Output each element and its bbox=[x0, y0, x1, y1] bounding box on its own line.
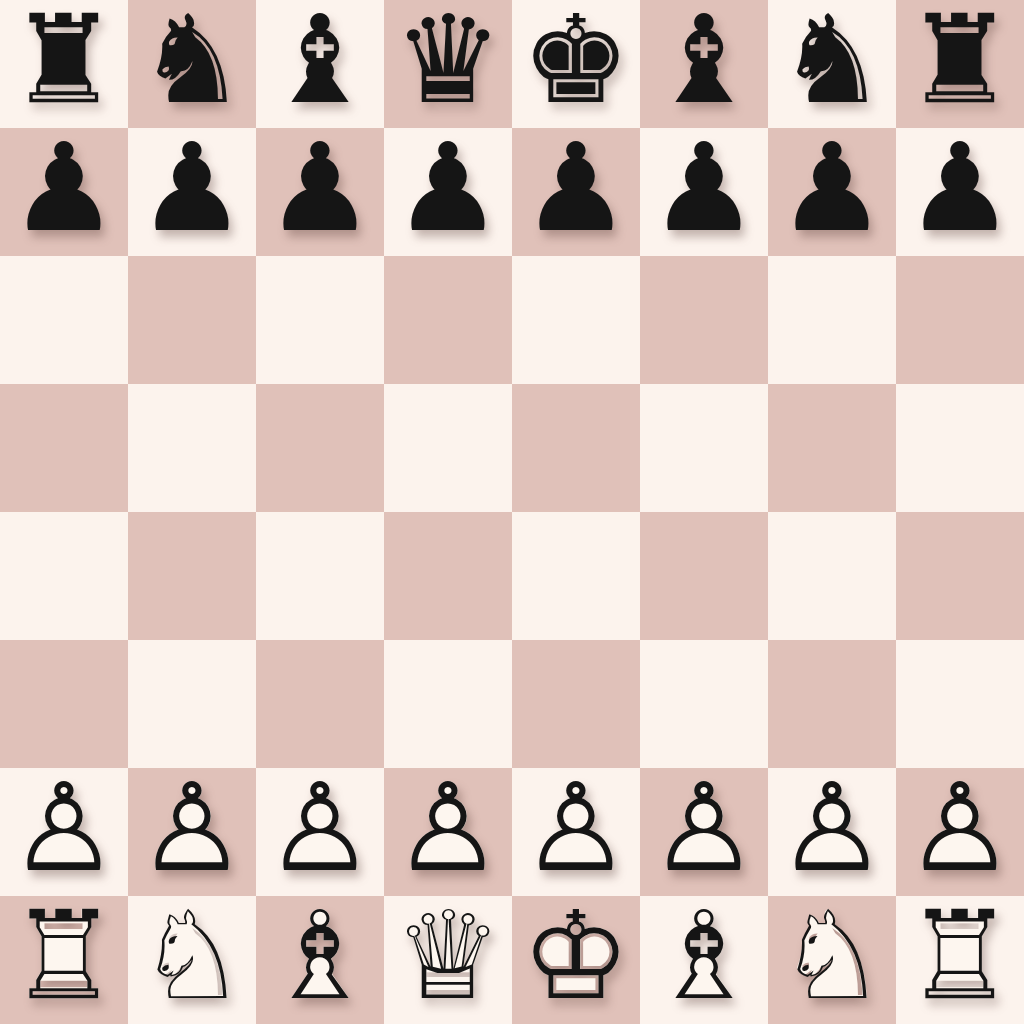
piece-black-pawn[interactable]: ♟ bbox=[768, 128, 896, 256]
piece-white-knight[interactable]: ♞♘ bbox=[768, 896, 896, 1024]
piece-glyph-fill: ♟ bbox=[512, 124, 640, 252]
piece-black-rook[interactable]: ♜ bbox=[896, 0, 1024, 128]
piece-white-bishop[interactable]: ♝♗ bbox=[256, 896, 384, 1024]
square-g2[interactable]: ♟♙ bbox=[768, 768, 896, 896]
square-g6[interactable] bbox=[768, 256, 896, 384]
piece-white-pawn[interactable]: ♟♙ bbox=[128, 768, 256, 896]
square-d7[interactable]: ♟ bbox=[384, 128, 512, 256]
square-b8[interactable]: ♞ bbox=[128, 0, 256, 128]
piece-glyph-outline: ♘ bbox=[128, 892, 256, 1020]
square-c3[interactable] bbox=[256, 640, 384, 768]
square-d5[interactable] bbox=[384, 384, 512, 512]
square-c5[interactable] bbox=[256, 384, 384, 512]
square-h5[interactable] bbox=[896, 384, 1024, 512]
square-b5[interactable] bbox=[128, 384, 256, 512]
piece-glyph-fill: ♝ bbox=[640, 0, 768, 124]
piece-glyph-outline: ♖ bbox=[896, 892, 1024, 1020]
piece-glyph-outline: ♙ bbox=[768, 764, 896, 892]
piece-glyph-fill: ♞ bbox=[128, 0, 256, 124]
square-h2[interactable]: ♟♙ bbox=[896, 768, 1024, 896]
piece-glyph-outline: ♙ bbox=[512, 764, 640, 892]
piece-glyph-fill: ♚ bbox=[512, 0, 640, 124]
square-d4[interactable] bbox=[384, 512, 512, 640]
square-a4[interactable] bbox=[0, 512, 128, 640]
square-e7[interactable]: ♟ bbox=[512, 128, 640, 256]
square-a5[interactable] bbox=[0, 384, 128, 512]
piece-black-pawn[interactable]: ♟ bbox=[256, 128, 384, 256]
piece-glyph-fill: ♞ bbox=[768, 0, 896, 124]
piece-white-rook[interactable]: ♜♖ bbox=[0, 896, 128, 1024]
square-b6[interactable] bbox=[128, 256, 256, 384]
piece-glyph-fill: ♟ bbox=[384, 124, 512, 252]
square-c8[interactable]: ♝ bbox=[256, 0, 384, 128]
square-a2[interactable]: ♟♙ bbox=[0, 768, 128, 896]
square-b4[interactable] bbox=[128, 512, 256, 640]
piece-black-queen[interactable]: ♛ bbox=[384, 0, 512, 128]
piece-glyph-outline: ♙ bbox=[384, 764, 512, 892]
square-e4[interactable] bbox=[512, 512, 640, 640]
piece-black-bishop[interactable]: ♝ bbox=[640, 0, 768, 128]
square-h7[interactable]: ♟ bbox=[896, 128, 1024, 256]
piece-glyph-outline: ♙ bbox=[256, 764, 384, 892]
square-f1[interactable]: ♝♗ bbox=[640, 896, 768, 1024]
piece-black-knight[interactable]: ♞ bbox=[768, 0, 896, 128]
square-g1[interactable]: ♞♘ bbox=[768, 896, 896, 1024]
square-g5[interactable] bbox=[768, 384, 896, 512]
square-f5[interactable] bbox=[640, 384, 768, 512]
square-c1[interactable]: ♝♗ bbox=[256, 896, 384, 1024]
piece-black-pawn[interactable]: ♟ bbox=[896, 128, 1024, 256]
piece-white-pawn[interactable]: ♟♙ bbox=[384, 768, 512, 896]
square-a8[interactable]: ♜ bbox=[0, 0, 128, 128]
square-d3[interactable] bbox=[384, 640, 512, 768]
piece-glyph-outline: ♙ bbox=[640, 764, 768, 892]
square-e8[interactable]: ♚ bbox=[512, 0, 640, 128]
piece-glyph-outline: ♗ bbox=[256, 892, 384, 1020]
square-d1[interactable]: ♛♕ bbox=[384, 896, 512, 1024]
piece-glyph-outline: ♔ bbox=[512, 892, 640, 1020]
piece-glyph-outline: ♙ bbox=[0, 764, 128, 892]
square-f7[interactable]: ♟ bbox=[640, 128, 768, 256]
square-c2[interactable]: ♟♙ bbox=[256, 768, 384, 896]
piece-glyph-outline: ♙ bbox=[128, 764, 256, 892]
square-b7[interactable]: ♟ bbox=[128, 128, 256, 256]
piece-white-queen[interactable]: ♛♕ bbox=[384, 896, 512, 1024]
piece-black-bishop[interactable]: ♝ bbox=[256, 0, 384, 128]
square-f3[interactable] bbox=[640, 640, 768, 768]
piece-glyph-outline: ♖ bbox=[0, 892, 128, 1020]
square-g4[interactable] bbox=[768, 512, 896, 640]
piece-glyph-outline: ♕ bbox=[384, 892, 512, 1020]
square-f8[interactable]: ♝ bbox=[640, 0, 768, 128]
piece-white-pawn[interactable]: ♟♙ bbox=[768, 768, 896, 896]
piece-glyph-fill: ♟ bbox=[640, 124, 768, 252]
piece-black-knight[interactable]: ♞ bbox=[128, 0, 256, 128]
square-g8[interactable]: ♞ bbox=[768, 0, 896, 128]
piece-glyph-fill: ♟ bbox=[896, 124, 1024, 252]
piece-black-pawn[interactable]: ♟ bbox=[384, 128, 512, 256]
square-g3[interactable] bbox=[768, 640, 896, 768]
piece-glyph-fill: ♝ bbox=[256, 0, 384, 124]
square-e3[interactable] bbox=[512, 640, 640, 768]
piece-white-pawn[interactable]: ♟♙ bbox=[512, 768, 640, 896]
piece-white-king[interactable]: ♚♔ bbox=[512, 896, 640, 1024]
square-f2[interactable]: ♟♙ bbox=[640, 768, 768, 896]
square-g7[interactable]: ♟ bbox=[768, 128, 896, 256]
square-d2[interactable]: ♟♙ bbox=[384, 768, 512, 896]
square-h8[interactable]: ♜ bbox=[896, 0, 1024, 128]
piece-glyph-fill: ♟ bbox=[0, 124, 128, 252]
piece-white-knight[interactable]: ♞♘ bbox=[128, 896, 256, 1024]
square-e6[interactable] bbox=[512, 256, 640, 384]
square-h4[interactable] bbox=[896, 512, 1024, 640]
piece-glyph-fill: ♜ bbox=[0, 0, 128, 124]
piece-white-rook[interactable]: ♜♖ bbox=[896, 896, 1024, 1024]
piece-glyph-outline: ♗ bbox=[640, 892, 768, 1020]
piece-glyph-outline: ♘ bbox=[768, 892, 896, 1020]
piece-black-rook[interactable]: ♜ bbox=[0, 0, 128, 128]
square-a7[interactable]: ♟ bbox=[0, 128, 128, 256]
piece-white-pawn[interactable]: ♟♙ bbox=[896, 768, 1024, 896]
square-d6[interactable] bbox=[384, 256, 512, 384]
piece-glyph-fill: ♜ bbox=[896, 0, 1024, 124]
square-h3[interactable] bbox=[896, 640, 1024, 768]
piece-black-pawn[interactable]: ♟ bbox=[0, 128, 128, 256]
square-d8[interactable]: ♛ bbox=[384, 0, 512, 128]
square-a3[interactable] bbox=[0, 640, 128, 768]
piece-glyph-outline: ♙ bbox=[896, 764, 1024, 892]
square-f4[interactable] bbox=[640, 512, 768, 640]
chess-board: ♜♞♝♛♚♝♞♜♟♟♟♟♟♟♟♟♟♙♟♙♟♙♟♙♟♙♟♙♟♙♟♙♜♖♞♘♝♗♛♕… bbox=[0, 0, 1024, 1024]
square-a6[interactable] bbox=[0, 256, 128, 384]
square-c7[interactable]: ♟ bbox=[256, 128, 384, 256]
piece-black-pawn[interactable]: ♟ bbox=[512, 128, 640, 256]
square-e2[interactable]: ♟♙ bbox=[512, 768, 640, 896]
piece-glyph-fill: ♟ bbox=[256, 124, 384, 252]
piece-white-pawn[interactable]: ♟♙ bbox=[256, 768, 384, 896]
piece-glyph-fill: ♛ bbox=[384, 0, 512, 124]
square-b1[interactable]: ♞♘ bbox=[128, 896, 256, 1024]
piece-glyph-fill: ♟ bbox=[128, 124, 256, 252]
square-b2[interactable]: ♟♙ bbox=[128, 768, 256, 896]
piece-black-king[interactable]: ♚ bbox=[512, 0, 640, 128]
square-c6[interactable] bbox=[256, 256, 384, 384]
square-c4[interactable] bbox=[256, 512, 384, 640]
square-h6[interactable] bbox=[896, 256, 1024, 384]
piece-white-bishop[interactable]: ♝♗ bbox=[640, 896, 768, 1024]
square-a1[interactable]: ♜♖ bbox=[0, 896, 128, 1024]
piece-black-pawn[interactable]: ♟ bbox=[128, 128, 256, 256]
piece-white-pawn[interactable]: ♟♙ bbox=[0, 768, 128, 896]
square-f6[interactable] bbox=[640, 256, 768, 384]
square-e5[interactable] bbox=[512, 384, 640, 512]
piece-black-pawn[interactable]: ♟ bbox=[640, 128, 768, 256]
square-b3[interactable] bbox=[128, 640, 256, 768]
square-e1[interactable]: ♚♔ bbox=[512, 896, 640, 1024]
piece-glyph-fill: ♟ bbox=[768, 124, 896, 252]
piece-white-pawn[interactable]: ♟♙ bbox=[640, 768, 768, 896]
square-h1[interactable]: ♜♖ bbox=[896, 896, 1024, 1024]
